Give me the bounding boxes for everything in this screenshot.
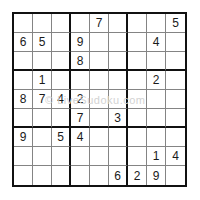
given-cell-r4c2: 1	[33, 71, 52, 90]
empty-cell-r5c8[interactable]	[147, 90, 166, 109]
empty-cell-r8c5[interactable]	[90, 147, 109, 166]
given-cell-r2c2: 5	[33, 33, 52, 52]
empty-cell-r8c3[interactable]	[52, 147, 71, 166]
empty-cell-r1c4[interactable]	[71, 14, 90, 33]
empty-cell-r9c3[interactable]	[52, 166, 71, 185]
empty-cell-r8c4[interactable]	[71, 147, 90, 166]
empty-cell-r3c6[interactable]	[109, 52, 128, 71]
empty-cell-r7c9[interactable]	[166, 128, 185, 147]
given-cell-r5c4: 2	[71, 90, 90, 109]
given-cell-r7c1: 9	[14, 128, 33, 147]
empty-cell-r8c7[interactable]	[128, 147, 147, 166]
given-cell-r5c2: 7	[33, 90, 52, 109]
empty-cell-r4c7[interactable]	[128, 71, 147, 90]
sudoku-board: 75659481287427395414629	[12, 12, 187, 187]
empty-cell-r6c8[interactable]	[147, 109, 166, 128]
empty-cell-r9c2[interactable]	[33, 166, 52, 185]
empty-cell-r3c2[interactable]	[33, 52, 52, 71]
empty-cell-r4c1[interactable]	[14, 71, 33, 90]
given-cell-r4c8: 2	[147, 71, 166, 90]
empty-cell-r4c3[interactable]	[52, 71, 71, 90]
empty-cell-r2c7[interactable]	[128, 33, 147, 52]
empty-cell-r8c1[interactable]	[14, 147, 33, 166]
empty-cell-r8c2[interactable]	[33, 147, 52, 166]
empty-cell-r4c9[interactable]	[166, 71, 185, 90]
empty-cell-r7c2[interactable]	[33, 128, 52, 147]
empty-cell-r2c9[interactable]	[166, 33, 185, 52]
empty-cell-r4c5[interactable]	[90, 71, 109, 90]
empty-cell-r1c1[interactable]	[14, 14, 33, 33]
empty-cell-r4c4[interactable]	[71, 71, 90, 90]
empty-cell-r9c4[interactable]	[71, 166, 90, 185]
given-cell-r2c4: 9	[71, 33, 90, 52]
empty-cell-r7c6[interactable]	[109, 128, 128, 147]
given-cell-r9c6: 6	[109, 166, 128, 185]
empty-cell-r3c1[interactable]	[14, 52, 33, 71]
empty-cell-r8c6[interactable]	[109, 147, 128, 166]
empty-cell-r7c5[interactable]	[90, 128, 109, 147]
empty-cell-r6c9[interactable]	[166, 109, 185, 128]
given-cell-r6c4: 7	[71, 109, 90, 128]
given-cell-r1c5: 7	[90, 14, 109, 33]
given-cell-r2c1: 6	[14, 33, 33, 52]
given-cell-r5c3: 4	[52, 90, 71, 109]
empty-cell-r4c6[interactable]	[109, 71, 128, 90]
empty-cell-r3c3[interactable]	[52, 52, 71, 71]
given-cell-r2c8: 4	[147, 33, 166, 52]
empty-cell-r5c7[interactable]	[128, 90, 147, 109]
empty-cell-r3c8[interactable]	[147, 52, 166, 71]
empty-cell-r2c6[interactable]	[109, 33, 128, 52]
empty-cell-r5c9[interactable]	[166, 90, 185, 109]
empty-cell-r2c5[interactable]	[90, 33, 109, 52]
empty-cell-r1c3[interactable]	[52, 14, 71, 33]
empty-cell-r3c5[interactable]	[90, 52, 109, 71]
given-cell-r5c1: 8	[14, 90, 33, 109]
given-cell-r1c9: 5	[166, 14, 185, 33]
empty-cell-r1c8[interactable]	[147, 14, 166, 33]
empty-cell-r6c1[interactable]	[14, 109, 33, 128]
empty-cell-r2c3[interactable]	[52, 33, 71, 52]
given-cell-r9c7: 2	[128, 166, 147, 185]
empty-cell-r3c9[interactable]	[166, 52, 185, 71]
given-cell-r6c6: 3	[109, 109, 128, 128]
empty-cell-r7c7[interactable]	[128, 128, 147, 147]
empty-cell-r5c6[interactable]	[109, 90, 128, 109]
given-cell-r3c4: 8	[71, 52, 90, 71]
empty-cell-r3c7[interactable]	[128, 52, 147, 71]
empty-cell-r1c7[interactable]	[128, 14, 147, 33]
given-cell-r8c9: 4	[166, 147, 185, 166]
empty-cell-r6c3[interactable]	[52, 109, 71, 128]
sudoku-page: 75659481287427395414629 © LiveSudoku.com	[0, 0, 200, 200]
given-cell-r7c3: 5	[52, 128, 71, 147]
empty-cell-r9c9[interactable]	[166, 166, 185, 185]
empty-cell-r6c5[interactable]	[90, 109, 109, 128]
empty-cell-r9c1[interactable]	[14, 166, 33, 185]
empty-cell-r6c7[interactable]	[128, 109, 147, 128]
given-cell-r9c8: 9	[147, 166, 166, 185]
given-cell-r8c8: 1	[147, 147, 166, 166]
empty-cell-r6c2[interactable]	[33, 109, 52, 128]
empty-cell-r9c5[interactable]	[90, 166, 109, 185]
empty-cell-r5c5[interactable]	[90, 90, 109, 109]
empty-cell-r1c2[interactable]	[33, 14, 52, 33]
empty-cell-r1c6[interactable]	[109, 14, 128, 33]
given-cell-r7c4: 4	[71, 128, 90, 147]
empty-cell-r7c8[interactable]	[147, 128, 166, 147]
